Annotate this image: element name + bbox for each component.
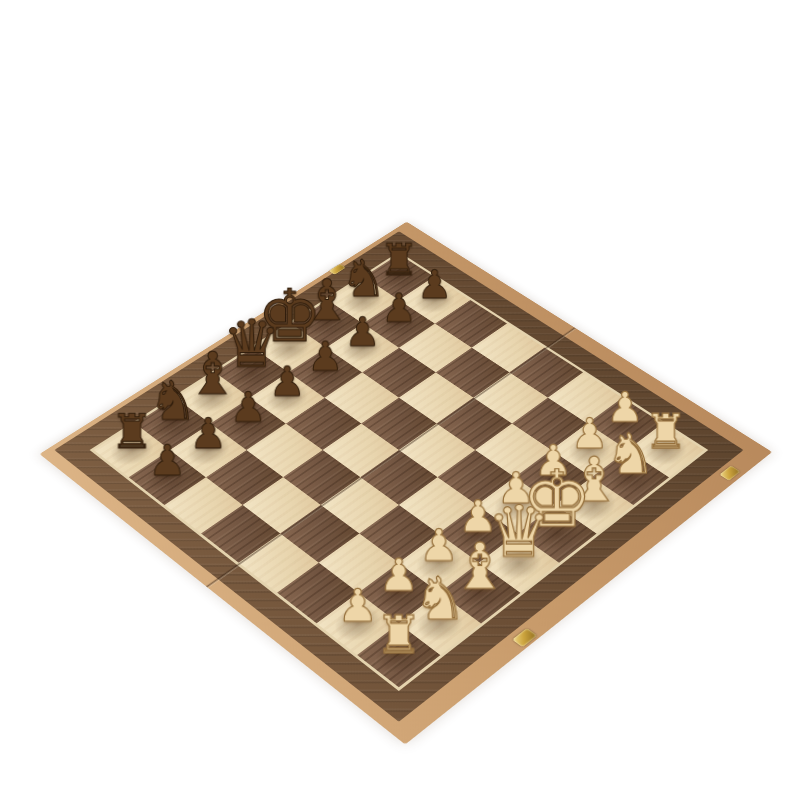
scene: ♜♞♝♛♚♝♞♜♟♟♟♟♟♟♟♟♟♟♟♟♟♟♟♟♜♞♝♛♚♝♞♜ [0,0,800,800]
chess-board: ♜♞♝♛♚♝♞♜♟♟♟♟♟♟♟♟♟♟♟♟♟♟♟♟♜♞♝♛♚♝♞♜ [40,222,773,745]
piece-black-rook: ♜ [379,237,419,281]
brass-clasp-icon [719,466,740,481]
board-inlay-line: ♜♞♝♛♚♝♞♜♟♟♟♟♟♟♟♟♟♟♟♟♟♟♟♟♜♞♝♛♚♝♞♜ [90,252,709,691]
brass-clasp-icon [512,628,537,647]
piece-white-rook: ♜ [644,407,687,455]
square-d5 [323,424,399,478]
square-a1: ♜ [357,623,440,687]
product-photo: ♜♞♝♛♚♝♞♜♟♟♟♟♟♟♟♟♟♟♟♟♟♟♟♟♜♞♝♛♚♝♞♜ [0,0,800,800]
square-e6 [324,372,398,423]
board-frame: ♜♞♝♛♚♝♞♜♟♟♟♟♟♟♟♟♟♟♟♟♟♟♟♟♜♞♝♛♚♝♞♜ [54,231,743,721]
board-squares: ♜♞♝♛♚♝♞♜♟♟♟♟♟♟♟♟♟♟♟♟♟♟♟♟♜♞♝♛♚♝♞♜ [94,254,704,687]
